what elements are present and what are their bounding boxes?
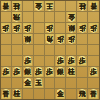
gote-piece: 歩 [67,34,76,44]
gote-piece: 桂 [12,1,21,11]
gote-piece: 歩 [12,23,21,33]
board-cell-r7c4[interactable]: 歩 [34,67,45,78]
board-cell-r2c9[interactable] [88,12,99,23]
sente-piece: 歩 [56,56,65,66]
board-cell-r6c5[interactable] [45,56,56,67]
board-cell-r4c8[interactable] [77,34,88,45]
board-cell-r8c1[interactable] [1,78,12,89]
board-cell-r2c6[interactable] [55,12,66,23]
board-cell-r7c1[interactable]: 歩 [1,67,12,78]
board-cell-r4c9[interactable] [88,34,99,45]
sente-piece: 銀 [23,67,32,77]
board-cell-r1c5[interactable]: 王 [45,1,56,12]
board-cell-r9c2[interactable]: 桂 [12,89,23,100]
board-cell-r2c7[interactable]: 金 [66,12,77,23]
gote-piece: 歩 [56,34,65,44]
board-cell-r9c9[interactable]: 香 [88,89,99,100]
board-cell-r2c3[interactable] [23,12,34,23]
board-cell-r8c5[interactable] [45,78,56,89]
board-cell-r9c5[interactable] [45,89,56,100]
sente-piece: 金 [56,89,65,99]
sente-piece: 歩 [23,56,32,66]
sente-piece: 歩 [89,67,98,77]
sente-piece: 香 [89,89,98,99]
gote-piece: 歩 [78,23,87,33]
board-cell-r7c6[interactable]: 銀 [55,67,66,78]
board-cell-r3c4[interactable] [34,23,45,34]
sente-piece: 歩 [1,67,10,77]
sente-piece: 桂 [12,89,21,99]
board-cell-r4c4[interactable] [34,34,45,45]
board-cell-r5c3[interactable] [23,45,34,56]
sente-piece: 歩 [45,67,54,77]
gote-piece: 桂 [78,1,87,11]
board-cell-r9c3[interactable] [23,89,34,100]
board-cell-r1c7[interactable] [66,1,77,12]
board-cell-r5c6[interactable] [55,45,66,56]
board-cell-r3c5[interactable]: 歩 [45,23,56,34]
board-cell-r7c2[interactable]: 歩 [12,67,23,78]
board-cell-r2c8[interactable] [77,12,88,23]
board-cell-r8c8[interactable] [77,78,88,89]
gote-piece: 飛 [12,12,21,22]
sente-piece: 金 [23,78,32,88]
board-cell-r6c8[interactable]: 歩 [77,56,88,67]
gote-piece: 銀 [67,23,76,33]
board-cell-r4c2[interactable] [12,34,23,45]
gote-piece: 歩 [89,23,98,33]
board-cell-r8c2[interactable] [12,78,23,89]
gote-piece: 金 [34,1,43,11]
board-cell-r3c3[interactable]: 歩 [23,23,34,34]
board-cell-r6c2[interactable] [12,56,23,67]
board-cell-r5c1[interactable] [1,45,12,56]
sente-piece: 玉 [34,78,43,88]
board-cell-r3c8[interactable]: 歩 [77,23,88,34]
board-cell-r3c1[interactable]: 歩 [1,23,12,34]
board-cell-r3c9[interactable]: 歩 [88,23,99,34]
board-cell-r9c6[interactable]: 金 [55,89,66,100]
board-cell-r6c4[interactable] [34,56,45,67]
board-cell-r1c4[interactable]: 金 [34,1,45,12]
board-cell-r1c3[interactable] [23,1,34,12]
board-cell-r4c1[interactable] [1,34,12,45]
board-cell-r5c8[interactable] [77,45,88,56]
board-cell-r3c2[interactable]: 歩 [12,23,23,34]
board-cell-r9c4[interactable] [34,89,45,100]
board-cell-r2c4[interactable] [34,12,45,23]
gote-piece: 王 [45,1,54,11]
board-cell-r8c4[interactable]: 玉 [34,78,45,89]
board-cell-r5c9[interactable] [88,45,99,56]
board-cell-r6c3[interactable]: 歩 [23,56,34,67]
board-cell-r7c5[interactable]: 歩 [45,67,56,78]
board-cell-r9c7[interactable] [66,89,77,100]
board-cell-r1c8[interactable]: 桂 [77,1,88,12]
gote-piece: 角 [45,34,54,44]
board-cell-r7c9[interactable]: 歩 [88,67,99,78]
gote-piece: 銀 [23,34,32,44]
gote-piece: 歩 [1,23,10,33]
gote-piece: 歩 [23,23,32,33]
sente-piece: 歩 [34,67,43,77]
sente-piece: 桂 [67,67,76,77]
board-cell-r4c6[interactable]: 歩 [55,34,66,45]
sente-piece: 飛 [78,89,87,99]
sente-piece: 歩 [78,56,87,66]
sente-piece: 歩 [67,56,76,66]
board-cell-r4c3[interactable]: 銀 [23,34,34,45]
board-cell-r8c9[interactable] [88,78,99,89]
board-cell-r5c2[interactable] [12,45,23,56]
board-cell-r4c7[interactable]: 歩 [66,34,77,45]
board-cell-r3c7[interactable]: 銀 [66,23,77,34]
sente-piece: 歩 [12,67,21,77]
gote-piece: 香 [1,1,10,11]
board-cell-r6c7[interactable]: 歩 [66,56,77,67]
board-cell-r8c7[interactable] [66,78,77,89]
gote-piece: 歩 [45,23,54,33]
board-cell-r6c6[interactable]: 歩 [55,56,66,67]
board-cell-r7c7[interactable]: 桂 [66,67,77,78]
gote-piece: 金 [67,12,76,22]
board-cell-r7c8[interactable] [77,67,88,78]
board-cell-r7c3[interactable]: 銀 [23,67,34,78]
shogi-board[interactable]: 香桂金王桂香飛金歩歩歩歩銀歩歩銀角歩歩歩歩歩歩歩歩銀歩歩銀桂歩金玉香桂金飛香 [0,0,100,100]
board-cell-r2c1[interactable] [1,12,12,23]
board-cell-r1c9[interactable]: 香 [88,1,99,12]
board-cell-r6c1[interactable] [1,56,12,67]
board-cell-r1c6[interactable] [55,1,66,12]
gote-piece: 香 [89,1,98,11]
board-cell-r1c2[interactable]: 桂 [12,1,23,12]
board-cell-r1c1[interactable]: 香 [1,1,12,12]
board-cell-r3c6[interactable] [55,23,66,34]
board-cell-r9c1[interactable]: 香 [1,89,12,100]
board-cell-r6c9[interactable] [88,56,99,67]
board-cell-r8c3[interactable]: 金 [23,78,34,89]
sente-piece: 香 [1,89,10,99]
board-cell-r5c5[interactable] [45,45,56,56]
board-cell-r4c5[interactable]: 角 [45,34,56,45]
board-cell-r5c4[interactable] [34,45,45,56]
board-cell-r5c7[interactable] [66,45,77,56]
board-cell-r2c2[interactable]: 飛 [12,12,23,23]
board-cell-r8c6[interactable] [55,78,66,89]
board-cell-r9c8[interactable]: 飛 [77,89,88,100]
board-cell-r2c5[interactable] [45,12,56,23]
sente-piece: 銀 [56,67,65,77]
